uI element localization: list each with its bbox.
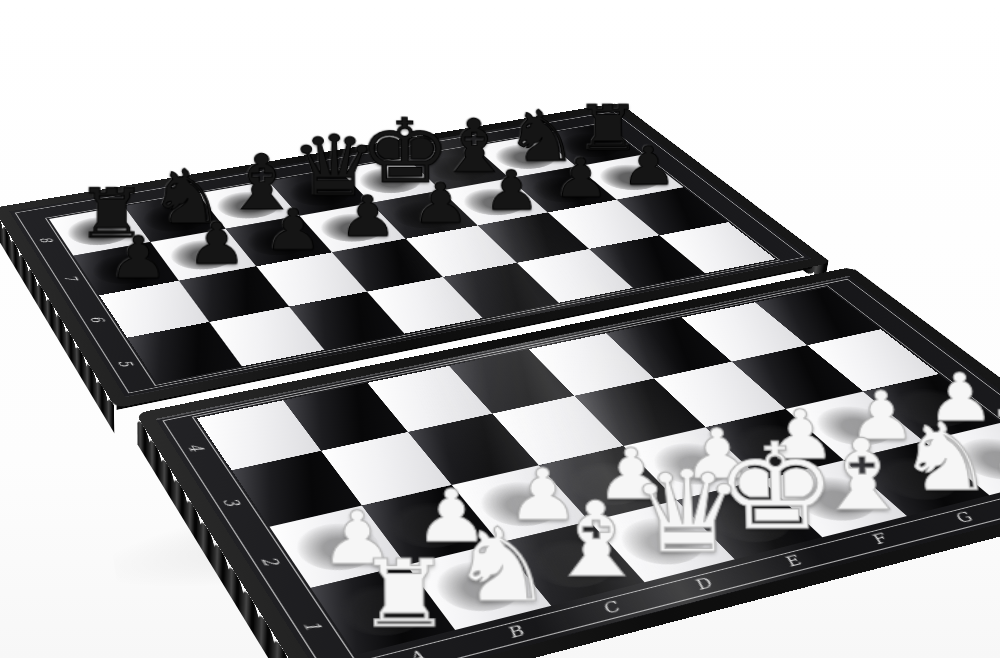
black-pawn-c7[interactable]: ♟ [264, 201, 324, 258]
white-rook-a1[interactable]: ♜ [356, 547, 453, 640]
white-bishop-c1[interactable]: ♝ [542, 489, 650, 592]
black-pawn-e7[interactable]: ♟ [412, 175, 471, 230]
square-h4[interactable] [755, 287, 881, 345]
chess-board: 8765 ♜♞♝♛♚♝♞♜♟♟♟♟♟♟♟♟ 4321 ♟♟♟♟♟♟♟♟♜♞♝♛♚… [0, 102, 1000, 658]
square-f4[interactable] [606, 317, 732, 378]
board-grid-far: ♜♞♝♛♚♝♞♜♟♟♟♟♟♟♟♟ [49, 124, 776, 383]
black-pawn-b7[interactable]: ♟ [187, 214, 247, 272]
white-knight-b1[interactable]: ♞ [449, 513, 556, 615]
perspective-scene: 8765 ♜♞♝♛♚♝♞♜♟♟♟♟♟♟♟♟ 4321 ♟♟♟♟♟♟♟♟♜♞♝♛♚… [0, 0, 1000, 658]
black-pawn-d7[interactable]: ♟ [338, 188, 397, 244]
square-d4[interactable] [449, 349, 574, 413]
black-pawn-f7[interactable]: ♟ [483, 163, 541, 218]
black-pawn-g7[interactable]: ♟ [552, 151, 609, 205]
black-pawn-a7[interactable]: ♟ [108, 228, 169, 286]
black-pawn-h7[interactable]: ♟ [620, 139, 677, 192]
product-photo: 8765 ♜♞♝♛♚♝♞♜♟♟♟♟♟♟♟♟ 4321 ♟♟♟♟♟♟♟♟♜♞♝♛♚… [0, 0, 1000, 658]
square-e4[interactable] [529, 333, 654, 396]
